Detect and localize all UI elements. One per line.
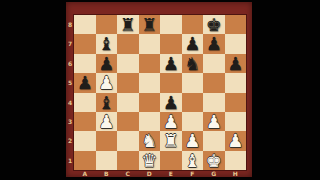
chess-board: ♜♜♚♝♟♟♟♟♞♟♟♟♝♟♟♟♟♞♜♟♟♛♝♚: [74, 15, 246, 170]
file-label-c: C: [117, 170, 139, 177]
square-h6[interactable]: ♟: [225, 54, 247, 73]
rank-label-6: 6: [66, 54, 74, 73]
square-f1[interactable]: ♝: [182, 151, 204, 170]
square-g1[interactable]: ♚: [203, 151, 225, 170]
piece-black-pawn-e6: ♟: [160, 54, 182, 73]
square-g7[interactable]: ♟: [203, 34, 225, 53]
piece-black-pawn-a5: ♟: [74, 73, 96, 92]
piece-white-pawn-g3: ♟: [203, 112, 225, 131]
piece-black-knight-f6: ♞: [182, 54, 204, 73]
square-d7[interactable]: [139, 34, 161, 53]
piece-white-bishop-f1: ♝: [182, 151, 204, 170]
screenshot-root: 87654321 ♜♜♚♝♟♟♟♟♞♟♟♟♝♟♟♟♟♞♜♟♟♛♝♚ ABCDEF…: [0, 0, 320, 180]
square-a4[interactable]: [74, 93, 96, 112]
chess-board-frame: 87654321 ♜♜♚♝♟♟♟♟♞♟♟♟♝♟♟♟♟♞♜♟♟♛♝♚ ABCDEF…: [66, 2, 252, 177]
square-a7[interactable]: [74, 34, 96, 53]
square-a6[interactable]: [74, 54, 96, 73]
square-f2[interactable]: ♟: [182, 131, 204, 150]
square-b4[interactable]: ♝: [96, 93, 118, 112]
file-label-b: B: [96, 170, 118, 177]
square-g4[interactable]: [203, 93, 225, 112]
file-label-h: H: [225, 170, 247, 177]
square-d4[interactable]: [139, 93, 161, 112]
piece-white-pawn-f2: ♟: [182, 131, 204, 150]
square-h3[interactable]: [225, 112, 247, 131]
rank-label-5: 5: [66, 73, 74, 92]
piece-black-king-g8: ♚: [203, 15, 225, 34]
square-c6[interactable]: [117, 54, 139, 73]
square-h4[interactable]: [225, 93, 247, 112]
square-a3[interactable]: [74, 112, 96, 131]
piece-white-pawn-h2: ♟: [225, 131, 247, 150]
square-f4[interactable]: [182, 93, 204, 112]
square-b2[interactable]: [96, 131, 118, 150]
square-e2[interactable]: ♜: [160, 131, 182, 150]
square-d8[interactable]: ♜: [139, 15, 161, 34]
square-e1[interactable]: [160, 151, 182, 170]
square-g5[interactable]: [203, 73, 225, 92]
square-b5[interactable]: ♟: [96, 73, 118, 92]
piece-black-pawn-e4: ♟: [160, 93, 182, 112]
square-f7[interactable]: ♟: [182, 34, 204, 53]
square-h5[interactable]: [225, 73, 247, 92]
square-b8[interactable]: [96, 15, 118, 34]
square-f6[interactable]: ♞: [182, 54, 204, 73]
square-a1[interactable]: [74, 151, 96, 170]
square-g8[interactable]: ♚: [203, 15, 225, 34]
square-h8[interactable]: [225, 15, 247, 34]
piece-white-knight-d2: ♞: [139, 131, 161, 150]
square-f8[interactable]: [182, 15, 204, 34]
piece-black-bishop-b4: ♝: [96, 93, 118, 112]
square-d3[interactable]: [139, 112, 161, 131]
piece-white-queen-d1: ♛: [139, 151, 161, 170]
rank-labels: 87654321: [66, 15, 74, 170]
rank-label-4: 4: [66, 93, 74, 112]
piece-black-rook-c8: ♜: [117, 15, 139, 34]
rank-label-1: 1: [66, 151, 74, 170]
square-a8[interactable]: [74, 15, 96, 34]
file-label-a: A: [74, 170, 96, 177]
piece-black-pawn-h6: ♟: [225, 54, 247, 73]
square-c2[interactable]: [117, 131, 139, 150]
square-b7[interactable]: ♝: [96, 34, 118, 53]
square-a2[interactable]: [74, 131, 96, 150]
square-b1[interactable]: [96, 151, 118, 170]
square-f5[interactable]: [182, 73, 204, 92]
file-label-d: D: [139, 170, 161, 177]
piece-white-king-g1: ♚: [203, 151, 225, 170]
square-g3[interactable]: ♟: [203, 112, 225, 131]
rank-label-7: 7: [66, 34, 74, 53]
square-f3[interactable]: [182, 112, 204, 131]
piece-white-rook-e2: ♜: [160, 131, 182, 150]
square-c7[interactable]: [117, 34, 139, 53]
square-c3[interactable]: [117, 112, 139, 131]
piece-white-pawn-b5: ♟: [96, 73, 118, 92]
piece-black-bishop-b7: ♝: [96, 34, 118, 53]
piece-black-pawn-b6: ♟: [96, 54, 118, 73]
rank-label-2: 2: [66, 131, 74, 150]
square-a5[interactable]: ♟: [74, 73, 96, 92]
square-e3[interactable]: ♟: [160, 112, 182, 131]
piece-black-pawn-g7: ♟: [203, 34, 225, 53]
rank-label-8: 8: [66, 15, 74, 34]
square-d1[interactable]: ♛: [139, 151, 161, 170]
square-e6[interactable]: ♟: [160, 54, 182, 73]
file-label-e: E: [160, 170, 182, 177]
square-c4[interactable]: [117, 93, 139, 112]
square-h2[interactable]: ♟: [225, 131, 247, 150]
piece-white-pawn-b3: ♟: [96, 112, 118, 131]
square-g2[interactable]: [203, 131, 225, 150]
square-d2[interactable]: ♞: [139, 131, 161, 150]
square-c1[interactable]: [117, 151, 139, 170]
square-e8[interactable]: [160, 15, 182, 34]
square-e5[interactable]: [160, 73, 182, 92]
square-h1[interactable]: [225, 151, 247, 170]
piece-white-pawn-e3: ♟: [160, 112, 182, 131]
square-e4[interactable]: ♟: [160, 93, 182, 112]
square-h7[interactable]: [225, 34, 247, 53]
rank-label-3: 3: [66, 112, 74, 131]
square-d5[interactable]: [139, 73, 161, 92]
file-label-g: G: [203, 170, 225, 177]
square-c8[interactable]: ♜: [117, 15, 139, 34]
square-e7[interactable]: [160, 34, 182, 53]
file-labels: ABCDEFGH: [74, 170, 246, 177]
piece-black-pawn-f7: ♟: [182, 34, 204, 53]
square-c5[interactable]: [117, 73, 139, 92]
file-label-f: F: [182, 170, 204, 177]
square-b6[interactable]: ♟: [96, 54, 118, 73]
square-g6[interactable]: [203, 54, 225, 73]
square-d6[interactable]: [139, 54, 161, 73]
square-b3[interactable]: ♟: [96, 112, 118, 131]
piece-black-rook-d8: ♜: [139, 15, 161, 34]
